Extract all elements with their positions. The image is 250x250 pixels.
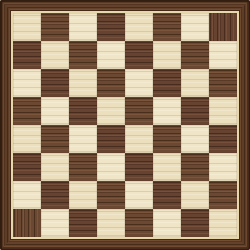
- square-f5[interactable]: [153, 97, 181, 125]
- square-h7[interactable]: [209, 41, 237, 69]
- square-b3[interactable]: [41, 153, 69, 181]
- square-e2[interactable]: [125, 181, 153, 209]
- square-d7[interactable]: [97, 41, 125, 69]
- square-h1[interactable]: [209, 209, 237, 237]
- square-f6[interactable]: [153, 69, 181, 97]
- square-h4[interactable]: [209, 125, 237, 153]
- square-g2[interactable]: [181, 181, 209, 209]
- square-g7[interactable]: [181, 41, 209, 69]
- square-g8[interactable]: [181, 13, 209, 41]
- square-g4[interactable]: [181, 125, 209, 153]
- square-f7[interactable]: [153, 41, 181, 69]
- square-f3[interactable]: [153, 153, 181, 181]
- square-e4[interactable]: [125, 125, 153, 153]
- square-c7[interactable]: [69, 41, 97, 69]
- square-d2[interactable]: [97, 181, 125, 209]
- square-e6[interactable]: [125, 69, 153, 97]
- square-a2[interactable]: [13, 181, 41, 209]
- square-h8[interactable]: [209, 13, 237, 41]
- square-a1[interactable]: [13, 209, 41, 237]
- square-h5[interactable]: [209, 97, 237, 125]
- square-a8[interactable]: [13, 13, 41, 41]
- square-c2[interactable]: [69, 181, 97, 209]
- square-d6[interactable]: [97, 69, 125, 97]
- square-b7[interactable]: [41, 41, 69, 69]
- square-c5[interactable]: [69, 97, 97, 125]
- chessboard: [0, 0, 250, 250]
- square-e3[interactable]: [125, 153, 153, 181]
- square-a4[interactable]: [13, 125, 41, 153]
- square-c4[interactable]: [69, 125, 97, 153]
- playing-field: [13, 13, 237, 237]
- square-g3[interactable]: [181, 153, 209, 181]
- square-g6[interactable]: [181, 69, 209, 97]
- square-b5[interactable]: [41, 97, 69, 125]
- square-g5[interactable]: [181, 97, 209, 125]
- square-h6[interactable]: [209, 69, 237, 97]
- square-b8[interactable]: [41, 13, 69, 41]
- square-e1[interactable]: [125, 209, 153, 237]
- square-a3[interactable]: [13, 153, 41, 181]
- square-c6[interactable]: [69, 69, 97, 97]
- square-a5[interactable]: [13, 97, 41, 125]
- square-b2[interactable]: [41, 181, 69, 209]
- square-d1[interactable]: [97, 209, 125, 237]
- square-d3[interactable]: [97, 153, 125, 181]
- square-f1[interactable]: [153, 209, 181, 237]
- square-f2[interactable]: [153, 181, 181, 209]
- square-h3[interactable]: [209, 153, 237, 181]
- square-f8[interactable]: [153, 13, 181, 41]
- square-d8[interactable]: [97, 13, 125, 41]
- square-b1[interactable]: [41, 209, 69, 237]
- board-inlay-border: [11, 11, 239, 239]
- square-g1[interactable]: [181, 209, 209, 237]
- square-a7[interactable]: [13, 41, 41, 69]
- square-f4[interactable]: [153, 125, 181, 153]
- square-c1[interactable]: [69, 209, 97, 237]
- square-b6[interactable]: [41, 69, 69, 97]
- square-d4[interactable]: [97, 125, 125, 153]
- square-e5[interactable]: [125, 97, 153, 125]
- square-d5[interactable]: [97, 97, 125, 125]
- square-e8[interactable]: [125, 13, 153, 41]
- square-h2[interactable]: [209, 181, 237, 209]
- square-b4[interactable]: [41, 125, 69, 153]
- square-a6[interactable]: [13, 69, 41, 97]
- square-c8[interactable]: [69, 13, 97, 41]
- square-e7[interactable]: [125, 41, 153, 69]
- square-c3[interactable]: [69, 153, 97, 181]
